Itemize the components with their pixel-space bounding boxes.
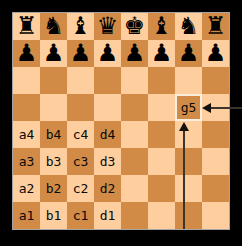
piece-black-king[interactable]: ♚ [124, 13, 146, 40]
square-label-c2: c2 [73, 175, 89, 202]
square-label-a3: a3 [19, 148, 35, 175]
square-label-b2: b2 [46, 175, 62, 202]
square-h8[interactable]: ♜ [202, 13, 229, 40]
square-a6[interactable] [13, 67, 40, 94]
square-b1[interactable]: b1 [40, 202, 67, 229]
piece-black-pawn[interactable]: ♟ [16, 40, 38, 67]
square-label-c1: c1 [73, 202, 89, 229]
piece-black-pawn[interactable]: ♟ [178, 40, 200, 67]
board-grid: ♜♞♝♛♚♝♞♜♟♟♟♟♟♟♟♟a4b4c4d4a3b3c3d3a2b2c2d2… [13, 13, 229, 229]
square-f6[interactable] [148, 67, 175, 94]
square-b4[interactable]: b4 [40, 121, 67, 148]
piece-black-bishop[interactable]: ♝ [70, 13, 92, 40]
square-label-b1: b1 [46, 202, 62, 229]
square-f7[interactable]: ♟ [148, 40, 175, 67]
piece-black-pawn[interactable]: ♟ [43, 40, 65, 67]
square-h3[interactable] [202, 148, 229, 175]
square-b5[interactable] [40, 94, 67, 121]
piece-black-knight[interactable]: ♞ [178, 13, 200, 40]
square-e2[interactable] [121, 175, 148, 202]
square-label-c3: c3 [73, 148, 89, 175]
square-g6[interactable] [175, 67, 202, 94]
square-b7[interactable]: ♟ [40, 40, 67, 67]
square-c1[interactable]: c1 [67, 202, 94, 229]
square-c7[interactable]: ♟ [67, 40, 94, 67]
square-d5[interactable] [94, 94, 121, 121]
square-a3[interactable]: a3 [13, 148, 40, 175]
square-d4[interactable]: d4 [94, 121, 121, 148]
piece-black-pawn[interactable]: ♟ [205, 40, 227, 67]
square-d7[interactable]: ♟ [94, 40, 121, 67]
square-f4[interactable] [148, 121, 175, 148]
square-h4[interactable] [202, 121, 229, 148]
piece-black-queen[interactable]: ♛ [97, 13, 119, 40]
piece-black-rook[interactable]: ♜ [16, 13, 38, 40]
square-g1[interactable] [175, 202, 202, 229]
square-d8[interactable]: ♛ [94, 13, 121, 40]
highlight-label: g5 [181, 100, 197, 115]
square-label-d3: d3 [100, 148, 116, 175]
square-f2[interactable] [148, 175, 175, 202]
square-e7[interactable]: ♟ [121, 40, 148, 67]
square-label-d4: d4 [100, 121, 116, 148]
piece-black-knight[interactable]: ♞ [43, 13, 65, 40]
square-e1[interactable] [121, 202, 148, 229]
square-e3[interactable] [121, 148, 148, 175]
square-h2[interactable] [202, 175, 229, 202]
square-label-b3: b3 [46, 148, 62, 175]
square-label-a2: a2 [19, 175, 35, 202]
square-d2[interactable]: d2 [94, 175, 121, 202]
square-c6[interactable] [67, 67, 94, 94]
square-e8[interactable]: ♚ [121, 13, 148, 40]
square-b2[interactable]: b2 [40, 175, 67, 202]
piece-black-bishop[interactable]: ♝ [151, 13, 173, 40]
square-f8[interactable]: ♝ [148, 13, 175, 40]
square-c8[interactable]: ♝ [67, 13, 94, 40]
square-c4[interactable]: c4 [67, 121, 94, 148]
square-f3[interactable] [148, 148, 175, 175]
square-a4[interactable]: a4 [13, 121, 40, 148]
square-label-a4: a4 [19, 121, 35, 148]
square-a5[interactable] [13, 94, 40, 121]
square-b8[interactable]: ♞ [40, 13, 67, 40]
square-d3[interactable]: d3 [94, 148, 121, 175]
square-g4[interactable] [175, 121, 202, 148]
square-h5[interactable] [202, 94, 229, 121]
square-c5[interactable] [67, 94, 94, 121]
chessboard: ♜♞♝♛♚♝♞♜♟♟♟♟♟♟♟♟a4b4c4d4a3b3c3d3a2b2c2d2… [12, 12, 230, 230]
square-d6[interactable] [94, 67, 121, 94]
square-label-b4: b4 [46, 121, 62, 148]
square-g7[interactable]: ♟ [175, 40, 202, 67]
piece-black-pawn[interactable]: ♟ [70, 40, 92, 67]
square-g8[interactable]: ♞ [175, 13, 202, 40]
square-g2[interactable] [175, 175, 202, 202]
square-h6[interactable] [202, 67, 229, 94]
square-h7[interactable]: ♟ [202, 40, 229, 67]
square-b6[interactable] [40, 67, 67, 94]
square-a1[interactable]: a1 [13, 202, 40, 229]
square-g3[interactable] [175, 148, 202, 175]
square-d1[interactable]: d1 [94, 202, 121, 229]
square-c2[interactable]: c2 [67, 175, 94, 202]
piece-black-pawn[interactable]: ♟ [124, 40, 146, 67]
square-f1[interactable] [148, 202, 175, 229]
square-a8[interactable]: ♜ [13, 13, 40, 40]
square-f5[interactable] [148, 94, 175, 121]
piece-black-pawn[interactable]: ♟ [97, 40, 119, 67]
square-label-a1: a1 [19, 202, 35, 229]
highlight-box-g5[interactable]: g5 [175, 94, 202, 121]
piece-black-rook[interactable]: ♜ [205, 13, 227, 40]
square-label-c4: c4 [73, 121, 89, 148]
square-label-d2: d2 [100, 175, 116, 202]
piece-black-pawn[interactable]: ♟ [151, 40, 173, 67]
square-a2[interactable]: a2 [13, 175, 40, 202]
square-b3[interactable]: b3 [40, 148, 67, 175]
square-a7[interactable]: ♟ [13, 40, 40, 67]
square-e5[interactable] [121, 94, 148, 121]
square-label-d1: d1 [100, 202, 116, 229]
square-c3[interactable]: c3 [67, 148, 94, 175]
diagram-background: ♜♞♝♛♚♝♞♜♟♟♟♟♟♟♟♟a4b4c4d4a3b3c3d3a2b2c2d2… [0, 0, 242, 246]
square-e6[interactable] [121, 67, 148, 94]
square-h1[interactable] [202, 202, 229, 229]
square-e4[interactable] [121, 121, 148, 148]
